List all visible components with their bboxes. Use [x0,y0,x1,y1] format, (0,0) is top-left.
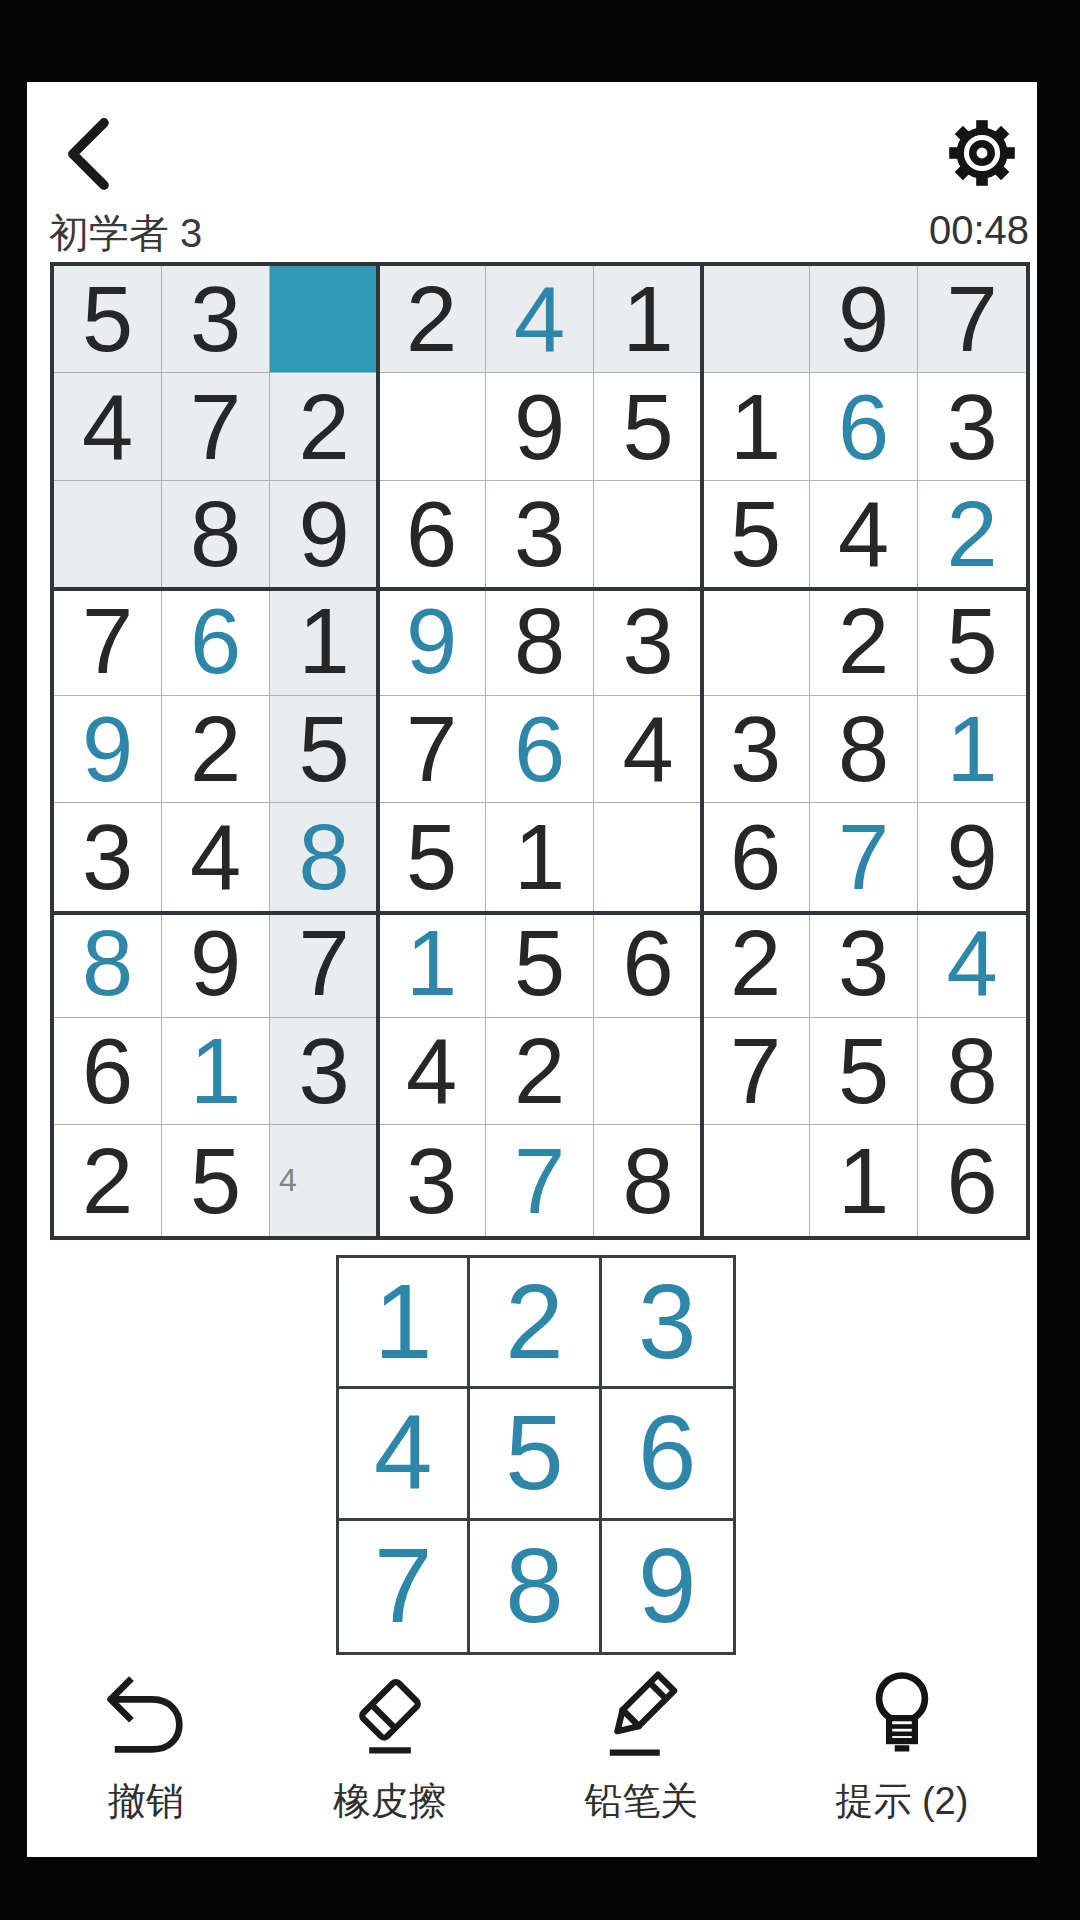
eraser-icon [340,1664,440,1764]
cell-r6c2[interactable]: 4 [162,803,270,910]
given-digit: 3 [730,703,781,795]
cell-r4c1[interactable]: 7 [54,588,162,695]
given-digit: 4 [838,488,889,580]
cell-r1c2[interactable]: 3 [162,266,270,373]
cell-r8c2[interactable]: 1 [162,1018,270,1125]
cell-r7c8[interactable]: 3 [810,910,918,1017]
cell-r1c4[interactable]: 2 [378,266,486,373]
cell-r5c3[interactable]: 5 [270,696,378,803]
cell-r3c9[interactable]: 2 [918,481,1026,588]
given-digit: 3 [622,595,673,687]
given-digit: 4 [190,811,241,903]
numpad-3[interactable]: 3 [602,1258,733,1389]
given-digit: 2 [838,595,889,687]
hint-label: 提示 (2) [835,1776,968,1827]
given-digit: 3 [514,488,565,580]
cell-r3c3[interactable]: 9 [270,481,378,588]
given-digit: 5 [406,811,457,903]
cell-r5c8[interactable]: 8 [810,696,918,803]
cell-r6c7[interactable]: 6 [702,803,810,910]
cell-r8c7[interactable]: 7 [702,1018,810,1125]
note-slot-6 [342,1162,378,1199]
numpad-8[interactable]: 8 [470,1521,601,1652]
cell-r8c3[interactable]: 3 [270,1018,378,1125]
given-digit: 3 [838,917,889,1009]
user-digit: 7 [838,811,889,903]
cell-r1c8[interactable]: 9 [810,266,918,373]
gear-icon[interactable] [941,112,1023,194]
given-digit: 7 [190,381,241,473]
cell-r9c6[interactable]: 8 [594,1125,702,1236]
cell-r5c6[interactable]: 4 [594,696,702,803]
given-digit: 5 [190,1135,241,1227]
sudoku-board: 5324197472951638963542761983259257643813… [50,262,1030,1240]
cell-r8c8[interactable]: 5 [810,1018,918,1125]
user-digit: 1 [190,1025,241,1117]
cell-r5c5[interactable]: 6 [486,696,594,803]
cell-r2c1[interactable]: 4 [54,373,162,480]
given-digit: 1 [298,595,349,687]
numpad-5[interactable]: 5 [470,1389,601,1520]
cell-r2c3[interactable]: 2 [270,373,378,480]
cell-r3c8[interactable]: 4 [810,481,918,588]
given-digit: 5 [514,917,565,1009]
cell-r8c5[interactable]: 2 [486,1018,594,1125]
user-digit: 1 [946,703,997,795]
eraser-button[interactable]: 橡皮擦 [333,1664,447,1827]
given-digit: 1 [730,381,781,473]
given-digit: 7 [406,703,457,795]
note-slot-5 [306,1162,342,1199]
user-digit: 7 [514,1135,565,1227]
cell-r8c6[interactable] [594,1018,702,1125]
given-digit: 9 [514,381,565,473]
given-digit: 6 [622,917,673,1009]
cell-r9c5[interactable]: 7 [486,1125,594,1236]
cell-r4c5[interactable]: 8 [486,588,594,695]
box-border-horizontal-1 [54,587,1026,591]
given-digit: 4 [82,381,133,473]
cell-r2c4[interactable] [378,373,486,480]
given-digit: 8 [622,1135,673,1227]
numpad-6[interactable]: 6 [602,1389,733,1520]
cell-r6c1[interactable]: 3 [54,803,162,910]
pencil-icon [591,1664,691,1764]
cell-r9c4[interactable]: 3 [378,1125,486,1236]
cell-r4c7[interactable] [702,588,810,695]
eraser-label: 橡皮擦 [333,1776,447,1827]
undo-label: 撤销 [108,1776,184,1827]
note-slot-7 [270,1199,306,1236]
given-digit: 2 [190,703,241,795]
given-digit: 8 [838,703,889,795]
cell-r6c6[interactable] [594,803,702,910]
given-digit: 3 [946,381,997,473]
cell-r4c4[interactable]: 9 [378,588,486,695]
cell-r2c8[interactable]: 6 [810,373,918,480]
given-digit: 2 [514,1025,565,1117]
given-digit: 5 [82,273,133,365]
given-digit: 3 [190,273,241,365]
cell-r2c7[interactable]: 1 [702,373,810,480]
cell-r9c1[interactable]: 2 [54,1125,162,1236]
cell-r1c5[interactable]: 4 [486,266,594,373]
note-slot-1 [270,1125,306,1162]
user-digit: 9 [406,595,457,687]
given-digit: 6 [82,1025,133,1117]
number-pad: 123456789 [336,1255,736,1655]
numpad-2[interactable]: 2 [470,1258,601,1389]
cell-r2c5[interactable]: 9 [486,373,594,480]
cell-r8c9[interactable]: 8 [918,1018,1026,1125]
note-slot-8 [306,1199,342,1236]
given-digit: 1 [838,1135,889,1227]
user-digit: 4 [946,917,997,1009]
given-digit: 2 [730,917,781,1009]
hint-button[interactable]: 提示 (2) [835,1664,968,1827]
given-digit: 3 [82,811,133,903]
cell-r9c2[interactable]: 5 [162,1125,270,1236]
given-digit: 9 [946,811,997,903]
cell-r1c6[interactable]: 1 [594,266,702,373]
given-digit: 6 [730,811,781,903]
cell-r9c7[interactable] [702,1125,810,1236]
cell-r7c2[interactable]: 9 [162,910,270,1017]
cell-r6c9[interactable]: 9 [918,803,1026,910]
cell-r6c3[interactable]: 8 [270,803,378,910]
pencil-notes: 4 [270,1125,378,1236]
cell-r7c9[interactable]: 4 [918,910,1026,1017]
cell-r9c8[interactable]: 1 [810,1125,918,1236]
cell-r7c5[interactable]: 5 [486,910,594,1017]
cell-r4c2[interactable]: 6 [162,588,270,695]
given-digit: 2 [406,273,457,365]
cell-r4c9[interactable]: 5 [918,588,1026,695]
note-slot-9 [342,1199,378,1236]
user-digit: 6 [514,703,565,795]
back-chevron-icon[interactable] [49,108,137,200]
cell-r3c7[interactable]: 5 [702,481,810,588]
given-digit: 7 [298,917,349,1009]
note-slot-3 [342,1125,378,1162]
user-digit: 8 [82,917,133,1009]
user-digit: 6 [190,595,241,687]
user-digit: 2 [946,488,997,580]
user-digit: 8 [298,811,349,903]
cell-r6c5[interactable]: 1 [486,803,594,910]
given-digit: 5 [622,381,673,473]
cell-r6c8[interactable]: 7 [810,803,918,910]
cell-r3c1[interactable] [54,481,162,588]
given-digit: 7 [730,1025,781,1117]
cell-r5c2[interactable]: 2 [162,696,270,803]
cell-r2c6[interactable]: 5 [594,373,702,480]
given-digit: 7 [82,595,133,687]
pencil-label: 铅笔关 [584,1776,698,1827]
given-digit: 9 [190,917,241,1009]
cell-r5c7[interactable]: 3 [702,696,810,803]
cell-r2c9[interactable]: 3 [918,373,1026,480]
cell-r1c9[interactable]: 7 [918,266,1026,373]
numpad-1[interactable]: 1 [339,1258,470,1389]
box-border-horizontal-2 [54,911,1026,915]
cell-r1c3[interactable] [270,266,378,373]
given-digit: 2 [298,381,349,473]
user-digit: 9 [82,703,133,795]
box-border-vertical-1 [376,266,380,1236]
given-digit: 2 [82,1135,133,1227]
given-digit: 9 [838,273,889,365]
cell-r3c5[interactable]: 3 [486,481,594,588]
given-digit: 5 [838,1025,889,1117]
user-digit: 1 [406,917,457,1009]
cell-r4c8[interactable]: 2 [810,588,918,695]
cell-r4c3[interactable]: 1 [270,588,378,695]
given-digit: 3 [298,1025,349,1117]
app-panel: 初学者 3 00:48 5324197472951638963542761983… [27,82,1037,1857]
cell-r6c4[interactable]: 5 [378,803,486,910]
given-digit: 1 [514,811,565,903]
cell-r3c4[interactable]: 6 [378,481,486,588]
cell-r3c2[interactable]: 8 [162,481,270,588]
cell-r7c6[interactable]: 6 [594,910,702,1017]
cell-r8c4[interactable]: 4 [378,1018,486,1125]
given-digit: 1 [622,273,673,365]
cell-r7c4[interactable]: 1 [378,910,486,1017]
note-slot-2 [306,1125,342,1162]
cell-r2c2[interactable]: 7 [162,373,270,480]
given-digit: 8 [946,1025,997,1117]
cell-r1c7[interactable] [702,266,810,373]
cell-r7c3[interactable]: 7 [270,910,378,1017]
cell-r5c9[interactable]: 1 [918,696,1026,803]
toolbar: 撤销 橡皮擦 铅笔关 [27,1664,1037,1827]
given-digit: 7 [946,273,997,365]
given-digit: 4 [622,703,673,795]
given-digit: 5 [730,488,781,580]
timer: 00:48 [929,208,1029,253]
given-digit: 8 [190,488,241,580]
numpad-4[interactable]: 4 [339,1389,470,1520]
cell-r5c4[interactable]: 7 [378,696,486,803]
given-digit: 6 [406,488,457,580]
given-digit: 8 [514,595,565,687]
pencil-button[interactable]: 铅笔关 [584,1664,698,1827]
cell-r4c6[interactable]: 3 [594,588,702,695]
numpad-7[interactable]: 7 [339,1521,470,1652]
undo-button[interactable]: 撤销 [96,1664,196,1827]
cell-r8c1[interactable]: 6 [54,1018,162,1125]
given-digit: 5 [946,595,997,687]
note-slot-4: 4 [270,1162,306,1199]
cell-r7c1[interactable]: 8 [54,910,162,1017]
lightbulb-icon [852,1664,952,1764]
cell-r5c1[interactable]: 9 [54,696,162,803]
cell-r1c1[interactable]: 5 [54,266,162,373]
numpad-9[interactable]: 9 [602,1521,733,1652]
given-digit: 5 [298,703,349,795]
cell-r9c3[interactable]: 4 [270,1125,378,1236]
cell-r7c7[interactable]: 2 [702,910,810,1017]
given-digit: 3 [406,1135,457,1227]
given-digit: 4 [406,1025,457,1117]
box-border-vertical-2 [700,266,704,1236]
cell-r3c6[interactable] [594,481,702,588]
given-digit: 6 [946,1135,997,1227]
cell-r9c9[interactable]: 6 [918,1125,1026,1236]
undo-icon [96,1664,196,1764]
user-digit: 4 [514,273,565,365]
given-digit: 9 [298,488,349,580]
level-label: 初学者 3 [49,206,202,261]
user-digit: 6 [838,381,889,473]
